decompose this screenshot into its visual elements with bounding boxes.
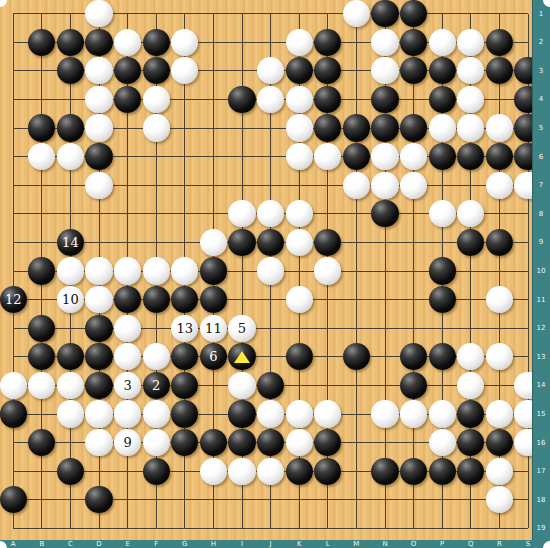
go-board[interactable]: 141210131156329 [0,0,535,542]
black-stone [286,458,313,485]
white-stone [85,0,112,27]
white-stone [371,400,398,427]
column-label: Q [463,540,479,548]
white-stone [286,229,313,256]
black-stone [486,143,513,170]
white-stone [257,200,284,227]
black-stone [57,343,84,370]
black-stone [171,429,198,456]
white-stone: 3 [114,372,141,399]
black-stone [143,458,170,485]
white-stone: 9 [114,429,141,456]
white-stone [114,315,141,342]
black-stone: 14 [57,229,84,256]
white-stone [114,29,141,56]
right-coordinate-bar: 12345678910111213141516171819 [532,0,550,540]
white-stone [85,86,112,113]
black-stone [400,57,427,84]
white-stone [486,286,513,313]
white-stone [457,86,484,113]
white-stone [85,400,112,427]
black-stone [171,400,198,427]
white-stone [57,372,84,399]
white-stone: 10 [57,286,84,313]
column-label: O [406,540,422,548]
white-stone [85,286,112,313]
white-stone [286,200,313,227]
black-stone [57,458,84,485]
row-label: 1 [534,10,548,18]
row-label: 15 [534,410,548,418]
grid-line [13,528,528,529]
black-stone [371,114,398,141]
white-stone [143,400,170,427]
black-stone [228,400,255,427]
black-stone [314,86,341,113]
black-stone [28,29,55,56]
row-label: 16 [534,439,548,447]
black-stone [343,114,370,141]
white-stone [314,400,341,427]
row-label: 8 [534,210,548,218]
black-stone [371,0,398,27]
black-stone: 6 [200,343,227,370]
white-stone [457,200,484,227]
white-stone [143,343,170,370]
column-label: S [520,540,536,548]
triangle-marker-icon [234,351,250,363]
black-stone [486,429,513,456]
white-stone [314,257,341,284]
black-stone [114,57,141,84]
column-label: D [91,540,107,548]
black-stone [57,114,84,141]
black-stone [28,315,55,342]
black-stone [57,57,84,84]
black-stone [429,257,456,284]
white-stone [343,0,370,27]
row-label: 18 [534,496,548,504]
white-stone [286,143,313,170]
black-stone [85,29,112,56]
white-stone [200,229,227,256]
white-stone: 13 [171,315,198,342]
black-stone [28,343,55,370]
move-number-label: 14 [62,236,79,249]
white-stone [286,286,313,313]
white-stone [286,429,313,456]
bottom-coordinate-bar: ABCDEFGHIJKLMNOPQRS [0,540,550,548]
white-stone [486,343,513,370]
move-number-label: 11 [205,322,222,335]
white-stone [371,57,398,84]
black-stone [0,400,27,427]
black-stone [429,286,456,313]
white-stone [486,458,513,485]
white-stone [457,343,484,370]
black-stone [429,458,456,485]
white-stone [457,114,484,141]
black-stone [314,57,341,84]
white-stone [85,429,112,456]
column-label: A [5,540,21,548]
white-stone [486,486,513,513]
row-label: 4 [534,95,548,103]
black-stone [486,29,513,56]
black-stone [314,429,341,456]
black-stone [457,458,484,485]
white-stone [286,400,313,427]
white-stone [429,429,456,456]
white-stone [429,400,456,427]
black-stone [314,114,341,141]
black-stone [371,86,398,113]
black-stone [371,458,398,485]
black-stone [171,286,198,313]
black-stone [429,343,456,370]
move-number-label: 6 [209,350,217,363]
grid-line [413,14,414,529]
black-stone [228,229,255,256]
black-stone [343,143,370,170]
black-stone [228,343,255,370]
white-stone [257,400,284,427]
black-stone [400,372,427,399]
move-number-label: 10 [62,293,79,306]
white-stone [257,57,284,84]
black-stone [143,286,170,313]
white-stone [429,200,456,227]
white-stone [228,200,255,227]
black-stone [143,29,170,56]
black-stone [429,86,456,113]
row-label: 14 [534,381,548,389]
black-stone [457,429,484,456]
column-label: K [291,540,307,548]
black-stone [257,372,284,399]
black-stone [28,114,55,141]
row-label: 2 [534,38,548,46]
column-label: H [205,540,221,548]
row-label: 13 [534,353,548,361]
black-stone [400,29,427,56]
white-stone [257,257,284,284]
black-stone [429,57,456,84]
white-stone [286,114,313,141]
black-stone [486,229,513,256]
row-label: 3 [534,67,548,75]
white-stone [171,29,198,56]
black-stone [85,343,112,370]
white-stone [85,114,112,141]
white-stone [457,57,484,84]
white-stone [114,400,141,427]
white-stone [28,372,55,399]
move-number-label: 9 [123,436,131,449]
black-stone [28,257,55,284]
black-stone [28,429,55,456]
white-stone [257,458,284,485]
black-stone [314,29,341,56]
move-number-label: 12 [5,293,22,306]
white-stone [28,143,55,170]
black-stone [85,486,112,513]
black-stone [457,143,484,170]
white-stone [114,343,141,370]
white-stone [286,86,313,113]
move-number-label: 13 [177,322,194,335]
black-stone [400,114,427,141]
white-stone [457,29,484,56]
black-stone [228,86,255,113]
white-stone [314,143,341,170]
column-label: R [491,540,507,548]
white-stone [143,114,170,141]
row-label: 12 [534,324,548,332]
white-stone [171,257,198,284]
column-label: C [62,540,78,548]
black-stone [371,200,398,227]
black-stone: 2 [143,372,170,399]
white-stone [457,372,484,399]
white-stone [200,458,227,485]
white-stone [286,29,313,56]
row-label: 7 [534,181,548,189]
black-stone [143,57,170,84]
black-stone [171,343,198,370]
white-stone [171,57,198,84]
white-stone [228,458,255,485]
white-stone [371,143,398,170]
black-stone [0,486,27,513]
column-label: N [377,540,393,548]
white-stone [143,429,170,456]
white-stone [486,114,513,141]
white-stone [371,29,398,56]
column-label: B [34,540,50,548]
white-stone [57,143,84,170]
white-stone [371,172,398,199]
black-stone [200,257,227,284]
black-stone [257,429,284,456]
row-label: 19 [534,524,548,532]
black-stone [114,286,141,313]
white-stone [57,257,84,284]
white-stone [114,257,141,284]
black-stone: 12 [0,286,27,313]
column-label: I [234,540,250,548]
black-stone [314,229,341,256]
row-label: 5 [534,124,548,132]
black-stone [228,429,255,456]
move-number-label: 5 [238,322,246,335]
white-stone [429,114,456,141]
row-label: 9 [534,238,548,246]
column-label: F [148,540,164,548]
white-stone: 11 [200,315,227,342]
white-stone [257,86,284,113]
white-stone [400,172,427,199]
white-stone [85,172,112,199]
column-label: E [120,540,136,548]
column-label: M [348,540,364,548]
black-stone [457,400,484,427]
column-label: L [320,540,336,548]
black-stone [286,57,313,84]
row-label: 6 [534,153,548,161]
row-label: 11 [534,296,548,304]
white-stone [400,143,427,170]
black-stone [486,57,513,84]
black-stone [85,372,112,399]
black-stone [114,86,141,113]
white-stone [343,172,370,199]
white-stone [143,257,170,284]
black-stone [400,458,427,485]
white-stone [228,372,255,399]
white-stone [143,86,170,113]
go-board-app: 141210131156329 123456789101112131415161… [0,0,550,548]
white-stone [486,400,513,427]
black-stone [314,458,341,485]
column-label: G [177,540,193,548]
black-stone [257,229,284,256]
white-stone [85,257,112,284]
white-stone [85,57,112,84]
black-stone [400,0,427,27]
white-stone [486,172,513,199]
column-label: J [263,540,279,548]
move-number-label: 2 [152,379,160,392]
black-stone [85,143,112,170]
black-stone [57,29,84,56]
row-label: 10 [534,267,548,275]
grid-line [356,14,357,529]
black-stone [457,229,484,256]
white-stone [0,372,27,399]
black-stone [286,343,313,370]
column-label: P [434,540,450,548]
black-stone [343,343,370,370]
black-stone [85,315,112,342]
white-stone [429,29,456,56]
black-stone [200,286,227,313]
black-stone [171,372,198,399]
white-stone: 5 [228,315,255,342]
row-label: 17 [534,467,548,475]
black-stone [400,343,427,370]
white-stone [57,400,84,427]
move-number-label: 3 [123,379,131,392]
black-stone [429,143,456,170]
white-stone [400,400,427,427]
black-stone [200,429,227,456]
